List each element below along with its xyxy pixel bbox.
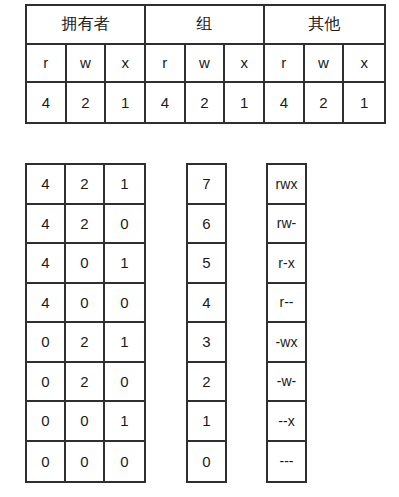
octal-cell: 3 [188, 323, 225, 363]
combo-cell: 4 [27, 165, 66, 205]
combo-cell: 0 [105, 363, 144, 403]
group-header-group: 组 [146, 6, 265, 45]
flag-cell: r [27, 45, 67, 84]
flag-cell: r [265, 45, 305, 84]
octal-cell: 5 [188, 244, 225, 284]
flag-cell: r [146, 45, 186, 84]
weight-cell: 4 [265, 83, 305, 122]
combo-cell: 2 [66, 363, 105, 403]
octal-cell: 6 [188, 205, 225, 245]
octal-cell: 2 [188, 363, 225, 403]
combo-cell: 0 [27, 442, 66, 482]
weight-cell: 4 [146, 83, 186, 122]
weight-cell: 2 [305, 83, 345, 122]
combo-cell: 2 [66, 323, 105, 363]
octal-cell: 4 [188, 284, 225, 324]
combo-cell: 0 [66, 442, 105, 482]
symbol-cell: --- [268, 442, 305, 482]
permissions-diagram: 拥有者 组 其他 r w x r w x r w x 4 2 1 4 2 1 4… [0, 0, 399, 497]
combo-cell: 0 [66, 244, 105, 284]
flag-cell: x [225, 45, 265, 84]
symbol-cell: -w- [268, 363, 305, 403]
combo-cell: 4 [27, 205, 66, 245]
combo-cell: 0 [105, 205, 144, 245]
weight-combo-table: 4 2 1 4 2 0 4 0 1 4 0 0 0 2 1 0 2 0 0 0 … [25, 163, 146, 483]
group-header-others: 其他 [265, 6, 384, 45]
flag-cell: w [186, 45, 226, 84]
combo-cell: 1 [105, 165, 144, 205]
combo-cell: 0 [105, 284, 144, 324]
weight-cell: 4 [27, 83, 67, 122]
combo-cell: 0 [105, 442, 144, 482]
weight-cell: 1 [225, 83, 265, 122]
weight-cell: 2 [67, 83, 107, 122]
combo-cell: 4 [27, 244, 66, 284]
octal-weight-table: 拥有者 组 其他 r w x r w x r w x 4 2 1 4 2 1 4… [25, 4, 386, 124]
symbol-cell: r-- [268, 284, 305, 324]
flag-cell: x [106, 45, 146, 84]
weight-cell: 2 [186, 83, 226, 122]
combo-cell: 0 [27, 323, 66, 363]
weight-cell: 1 [344, 83, 384, 122]
flag-cell: w [67, 45, 107, 84]
weight-cell: 1 [106, 83, 146, 122]
symbol-cell: rw- [268, 205, 305, 245]
combo-cell: 0 [66, 284, 105, 324]
combo-cell: 1 [105, 402, 144, 442]
combo-cell: 0 [27, 363, 66, 403]
symbol-cell: rwx [268, 165, 305, 205]
octal-cell: 0 [188, 442, 225, 482]
symbolic-permission-table: rwx rw- r-x r-- -wx -w- --x --- [266, 163, 307, 483]
symbol-cell: -wx [268, 323, 305, 363]
octal-cell: 7 [188, 165, 225, 205]
combo-cell: 1 [105, 323, 144, 363]
combo-cell: 1 [105, 244, 144, 284]
combo-cell: 4 [27, 284, 66, 324]
flag-cell: x [344, 45, 384, 84]
octal-sum-table: 7 6 5 4 3 2 1 0 [186, 163, 227, 483]
combo-cell: 2 [66, 205, 105, 245]
combo-cell: 0 [66, 402, 105, 442]
symbol-cell: --x [268, 402, 305, 442]
combo-cell: 2 [66, 165, 105, 205]
flag-cell: w [305, 45, 345, 84]
octal-cell: 1 [188, 402, 225, 442]
group-header-owner: 拥有者 [27, 6, 146, 45]
symbol-cell: r-x [268, 244, 305, 284]
combo-cell: 0 [27, 402, 66, 442]
